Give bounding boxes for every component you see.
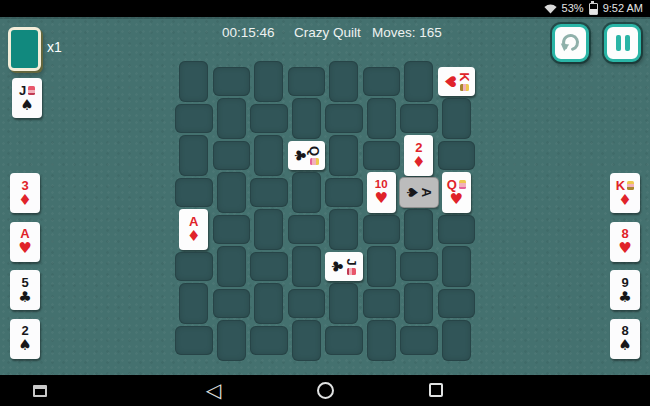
- quilt-card-AD[interactable]: A♦: [179, 209, 208, 250]
- quilt-card-face-down[interactable]: [217, 320, 246, 361]
- quilt-cell-r5c3: [250, 211, 288, 248]
- quilt-card-JC[interactable]: J♣: [325, 252, 363, 281]
- quilt-card-face-down[interactable]: [404, 283, 433, 324]
- quilt-grid: K♥Q♣2♦10♥A♠Q♥A♦J♣: [175, 63, 475, 359]
- quilt-card-face-down[interactable]: [175, 104, 213, 133]
- quilt-cell-r8c8: [438, 322, 476, 359]
- quilt-cell-r4c8: Q♥: [438, 174, 476, 211]
- wifi-icon: [544, 4, 557, 14]
- quilt-cell-r6c8: [438, 248, 476, 285]
- felt-top-shadow: [0, 17, 650, 19]
- quilt-card-10H[interactable]: 10♥: [367, 172, 396, 213]
- quilt-cell-r3c4: Q♣: [288, 137, 326, 174]
- app-screen: 53% 9:52 AM 00:15:46 Crazy Quilt Moves: …: [0, 0, 650, 406]
- quilt-card-face-down[interactable]: [404, 209, 433, 250]
- quilt-card-face-down[interactable]: [325, 104, 363, 133]
- quilt-cell-r1c4: [288, 63, 326, 100]
- quilt-cell-r7c2: [213, 285, 251, 322]
- court-face-icon: [459, 180, 466, 189]
- quilt-card-face-down[interactable]: [179, 135, 208, 176]
- quilt-cell-r5c2: [213, 211, 251, 248]
- quilt-card-face-down[interactable]: [400, 104, 438, 133]
- battery-percent: 53%: [562, 0, 584, 17]
- quilt-card-face-down[interactable]: [438, 141, 476, 170]
- game-timer: 00:15:46: [222, 25, 275, 40]
- quilt-cell-r8c2: [213, 322, 251, 359]
- quilt-card-face-down[interactable]: [250, 326, 288, 355]
- foundation-left-3-card-5C[interactable]: 5♣: [10, 270, 40, 310]
- quilt-cell-r3c7: 2♦: [400, 137, 438, 174]
- quilt-card-face-down[interactable]: [292, 98, 321, 139]
- quilt-cell-r1c2: [213, 63, 251, 100]
- quilt-cell-r7c5: [325, 285, 363, 322]
- quilt-card-QH[interactable]: Q♥: [442, 172, 471, 213]
- undo-icon: [559, 31, 583, 55]
- quilt-cell-r7c7: [400, 285, 438, 322]
- quilt-cell-r8c4: [288, 322, 326, 359]
- quilt-card-face-down[interactable]: [254, 209, 283, 250]
- quilt-card-face-down[interactable]: [217, 98, 246, 139]
- quilt-cell-r2c5: [325, 100, 363, 137]
- quilt-card-face-down[interactable]: [367, 246, 396, 287]
- quilt-cell-r6c1: [175, 248, 213, 285]
- quilt-cell-r4c3: [250, 174, 288, 211]
- quilt-cell-r3c5: [325, 137, 363, 174]
- undo-button[interactable]: [552, 24, 589, 62]
- quilt-card-face-down[interactable]: [363, 215, 401, 244]
- quilt-cell-r1c5: [325, 63, 363, 100]
- court-face-icon: [347, 268, 356, 275]
- quilt-cell-r8c7: [400, 322, 438, 359]
- quilt-cell-r1c8: K♥: [438, 63, 476, 100]
- quilt-card-face-down[interactable]: [442, 98, 471, 139]
- court-face-icon: [28, 86, 35, 95]
- back-icon[interactable]: ◁: [206, 377, 221, 403]
- quilt-cell-r2c3: [250, 100, 288, 137]
- court-face-icon: [310, 158, 319, 165]
- quilt-card-face-down[interactable]: [217, 246, 246, 287]
- quilt-cell-r5c5: [325, 211, 363, 248]
- quilt-card-face-down[interactable]: [329, 283, 358, 324]
- foundation-right-2-card-8H[interactable]: 8♥: [610, 222, 640, 262]
- foundation-left-2-card-AH[interactable]: A♥: [10, 222, 40, 262]
- quilt-cell-r8c6: [363, 322, 401, 359]
- quilt-card-face-down[interactable]: [363, 289, 401, 318]
- quilt-cell-r2c4: [288, 100, 326, 137]
- quilt-card-face-down[interactable]: [250, 252, 288, 281]
- quilt-cell-r4c1: [175, 174, 213, 211]
- quilt-card-face-down[interactable]: [400, 326, 438, 355]
- quilt-cell-r6c3: [250, 248, 288, 285]
- quilt-cell-r6c4: [288, 248, 326, 285]
- quilt-card-face-down[interactable]: [329, 209, 358, 250]
- quilt-card-face-down[interactable]: [329, 61, 358, 102]
- quilt-cell-r2c8: [438, 100, 476, 137]
- quilt-cell-r6c7: [400, 248, 438, 285]
- quilt-card-face-down[interactable]: [288, 289, 326, 318]
- quilt-cell-r7c4: [288, 285, 326, 322]
- quilt-card-face-down[interactable]: [250, 104, 288, 133]
- court-face-icon: [627, 181, 634, 190]
- quilt-cell-r5c4: [288, 211, 326, 248]
- quilt-cell-r3c6: [363, 137, 401, 174]
- quilt-card-face-down[interactable]: [175, 252, 213, 281]
- quilt-card-face-down[interactable]: [367, 320, 396, 361]
- quilt-card-face-down[interactable]: [288, 215, 326, 244]
- status-bar: 53% 9:52 AM: [0, 0, 650, 17]
- quilt-card-face-down[interactable]: [329, 135, 358, 176]
- pause-button[interactable]: [604, 24, 641, 62]
- quilt-cell-r4c2: [213, 174, 251, 211]
- quilt-card-face-down[interactable]: [325, 326, 363, 355]
- quilt-cell-r7c1: [175, 285, 213, 322]
- quilt-card-face-down[interactable]: [363, 67, 401, 96]
- waste-pile-card-JS[interactable]: J♠: [12, 78, 42, 118]
- quilt-cell-r2c1: [175, 100, 213, 137]
- quilt-card-face-down[interactable]: [213, 141, 251, 170]
- quilt-cell-r5c6: [363, 211, 401, 248]
- keyboard-window-icon[interactable]: [33, 385, 47, 397]
- quilt-cell-r1c3: [250, 63, 288, 100]
- quilt-card-KH[interactable]: K♥: [438, 67, 476, 96]
- quilt-card-face-down[interactable]: [175, 178, 213, 207]
- quilt-card-face-down[interactable]: [179, 61, 208, 102]
- quilt-cell-r3c3: [250, 137, 288, 174]
- foundation-right-1-card-KD[interactable]: K♦: [610, 173, 640, 213]
- quilt-cell-r3c2: [213, 137, 251, 174]
- quilt-card-face-down[interactable]: [367, 98, 396, 139]
- quilt-cell-r3c8: [438, 137, 476, 174]
- quilt-card-face-down[interactable]: [325, 178, 363, 207]
- quilt-card-face-down[interactable]: [438, 215, 476, 244]
- quilt-card-QC[interactable]: Q♣: [288, 141, 326, 170]
- battery-icon: [589, 3, 598, 15]
- quilt-card-face-down[interactable]: [175, 326, 213, 355]
- quilt-cell-r4c7: A♠: [400, 174, 438, 211]
- quilt-cell-r7c6: [363, 285, 401, 322]
- quilt-cell-r8c1: [175, 322, 213, 359]
- quilt-card-face-down[interactable]: [292, 320, 321, 361]
- stock-count-label: x1: [47, 39, 62, 55]
- court-face-icon: [460, 84, 469, 91]
- quilt-card-face-down[interactable]: [254, 61, 283, 102]
- quilt-card-face-down[interactable]: [400, 252, 438, 281]
- quilt-cell-r1c1: [175, 63, 213, 100]
- foundations-right: K♦8♥9♣8♠: [610, 173, 640, 359]
- quilt-cell-r8c5: [325, 322, 363, 359]
- quilt-cell-r3c1: [175, 137, 213, 174]
- quilt-cell-r7c8: [438, 285, 476, 322]
- quilt-card-face-down[interactable]: [250, 178, 288, 207]
- game-title: Crazy Quilt: [294, 25, 361, 40]
- quilt-card-face-down[interactable]: [213, 215, 251, 244]
- stock-pile-card-back[interactable]: [8, 27, 41, 71]
- quilt-cell-r2c7: [400, 100, 438, 137]
- clock: 9:52 AM: [603, 0, 643, 17]
- quilt-card-face-down[interactable]: [292, 172, 321, 213]
- quilt-card-face-down[interactable]: [438, 289, 476, 318]
- recents-icon[interactable]: [429, 383, 443, 397]
- quilt-cell-r6c2: [213, 248, 251, 285]
- pause-icon: [616, 35, 630, 51]
- quilt-card-face-down[interactable]: [363, 141, 401, 170]
- foundation-right-4-card-8S[interactable]: 8♠: [610, 319, 640, 359]
- quilt-cell-r2c6: [363, 100, 401, 137]
- quilt-card-face-down[interactable]: [217, 172, 246, 213]
- quilt-cell-r1c6: [363, 63, 401, 100]
- navigation-bar: ◁: [0, 375, 650, 406]
- quilt-cell-r4c4: [288, 174, 326, 211]
- quilt-card-face-down[interactable]: [213, 67, 251, 96]
- quilt-cell-r4c5: [325, 174, 363, 211]
- quilt-card-face-down[interactable]: [404, 61, 433, 102]
- quilt-cell-r6c6: [363, 248, 401, 285]
- quilt-cell-r7c3: [250, 285, 288, 322]
- quilt-card-face-down[interactable]: [442, 246, 471, 287]
- quilt-cell-r4c6: 10♥: [363, 174, 401, 211]
- quilt-card-2D[interactable]: 2♦: [404, 135, 433, 176]
- quilt-cell-r1c7: [400, 63, 438, 100]
- quilt-cell-r6c5: J♣: [325, 248, 363, 285]
- quilt-card-face-down[interactable]: [254, 283, 283, 324]
- quilt-card-face-down[interactable]: [288, 67, 326, 96]
- quilt-card-face-down[interactable]: [213, 289, 251, 318]
- quilt-cell-r2c2: [213, 100, 251, 137]
- quilt-card-face-down[interactable]: [179, 283, 208, 324]
- quilt-cell-r5c1: A♦: [175, 211, 213, 248]
- quilt-card-AS[interactable]: A♠: [400, 178, 438, 207]
- quilt-cell-r5c8: [438, 211, 476, 248]
- quilt-cell-r8c3: [250, 322, 288, 359]
- foundation-right-3-card-9C[interactable]: 9♣: [610, 270, 640, 310]
- foundation-left-1-card-3D[interactable]: 3♦: [10, 173, 40, 213]
- foundation-left-4-card-2S[interactable]: 2♠: [10, 319, 40, 359]
- foundations-left: 3♦A♥5♣2♠: [10, 173, 40, 359]
- quilt-cell-r5c7: [400, 211, 438, 248]
- home-icon[interactable]: [317, 382, 334, 399]
- quilt-card-face-down[interactable]: [442, 320, 471, 361]
- quilt-card-face-down[interactable]: [254, 135, 283, 176]
- quilt-card-face-down[interactable]: [292, 246, 321, 287]
- moves-counter: Moves: 165: [372, 25, 442, 40]
